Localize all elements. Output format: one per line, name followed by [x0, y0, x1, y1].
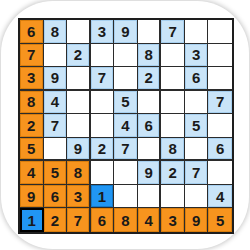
cell-r9c3[interactable]: 7 — [67, 208, 91, 232]
cell-r5c8[interactable]: 5 — [185, 114, 209, 138]
cell-r4c6[interactable] — [138, 91, 162, 115]
cell-r3c3[interactable] — [67, 67, 91, 91]
cell-r8c1[interactable]: 9 — [20, 185, 44, 209]
cell-r2c7[interactable] — [161, 44, 185, 68]
cell-r4c2[interactable]: 4 — [44, 91, 68, 115]
cell-r5c1[interactable]: 2 — [20, 114, 44, 138]
cell-r5c4[interactable] — [91, 114, 115, 138]
cell-r2c3[interactable]: 2 — [67, 44, 91, 68]
cell-r5c6[interactable]: 6 — [138, 114, 162, 138]
cell-r6c5[interactable]: 7 — [114, 138, 138, 162]
cell-r5c2[interactable]: 7 — [44, 114, 68, 138]
cell-r2c4[interactable] — [91, 44, 115, 68]
cell-r4c3[interactable] — [67, 91, 91, 115]
cell-r9c2[interactable]: 2 — [44, 208, 68, 232]
cell-r1c6[interactable] — [138, 20, 162, 44]
cell-r6c2[interactable] — [44, 138, 68, 162]
cell-r8c2[interactable]: 6 — [44, 185, 68, 209]
cell-r5c7[interactable] — [161, 114, 185, 138]
cell-r7c2[interactable]: 5 — [44, 161, 68, 185]
cell-r4c4[interactable] — [91, 91, 115, 115]
cell-r6c3[interactable]: 9 — [67, 138, 91, 162]
cell-r5c9[interactable] — [208, 114, 232, 138]
cell-r4c9[interactable]: 7 — [208, 91, 232, 115]
cell-r4c8[interactable] — [185, 91, 209, 115]
cell-r7c1[interactable]: 4 — [20, 161, 44, 185]
cell-r9c1[interactable]: 1 — [20, 208, 44, 232]
cell-r1c9[interactable] — [208, 20, 232, 44]
cell-r9c5[interactable]: 8 — [114, 208, 138, 232]
cell-r6c4[interactable]: 2 — [91, 138, 115, 162]
cell-r3c6[interactable]: 2 — [138, 67, 162, 91]
cell-r8c4[interactable]: 1 — [91, 185, 115, 209]
cell-r2c2[interactable] — [44, 44, 68, 68]
cell-r8c7[interactable] — [161, 185, 185, 209]
cell-r6c1[interactable]: 5 — [20, 138, 44, 162]
cell-r9c6[interactable]: 4 — [138, 208, 162, 232]
cell-r9c8[interactable]: 9 — [185, 208, 209, 232]
cell-r9c7[interactable]: 3 — [161, 208, 185, 232]
cell-r7c5[interactable] — [114, 161, 138, 185]
cell-r8c6[interactable] — [138, 185, 162, 209]
cell-r7c3[interactable]: 8 — [67, 161, 91, 185]
cell-r1c1[interactable]: 6 — [20, 20, 44, 44]
sudoku-board: 6839772833972684572746559278645892796314… — [18, 18, 234, 234]
cell-r3c9[interactable] — [208, 67, 232, 91]
cell-r2c8[interactable]: 3 — [185, 44, 209, 68]
cell-r8c8[interactable] — [185, 185, 209, 209]
cell-r1c3[interactable] — [67, 20, 91, 44]
cell-r8c9[interactable]: 4 — [208, 185, 232, 209]
cell-r2c6[interactable]: 8 — [138, 44, 162, 68]
cell-r2c1[interactable]: 7 — [20, 44, 44, 68]
cell-r1c5[interactable]: 9 — [114, 20, 138, 44]
cell-r4c5[interactable]: 5 — [114, 91, 138, 115]
cell-r9c9[interactable]: 5 — [208, 208, 232, 232]
cell-r5c5[interactable]: 4 — [114, 114, 138, 138]
cell-r3c7[interactable] — [161, 67, 185, 91]
cell-r3c1[interactable]: 3 — [20, 67, 44, 91]
cell-r3c8[interactable]: 6 — [185, 67, 209, 91]
cell-r7c4[interactable] — [91, 161, 115, 185]
cell-r8c5[interactable] — [114, 185, 138, 209]
app-icon-background: 6839772833972684572746559278645892796314… — [1, 1, 249, 249]
cell-r1c7[interactable]: 7 — [161, 20, 185, 44]
cell-r1c8[interactable] — [185, 20, 209, 44]
cell-r6c7[interactable]: 8 — [161, 138, 185, 162]
cell-r1c2[interactable]: 8 — [44, 20, 68, 44]
cell-r9c4[interactable]: 6 — [91, 208, 115, 232]
cell-r7c6[interactable]: 9 — [138, 161, 162, 185]
cell-r7c7[interactable]: 2 — [161, 161, 185, 185]
cell-r8c3[interactable]: 3 — [67, 185, 91, 209]
cell-r6c8[interactable] — [185, 138, 209, 162]
cell-r3c5[interactable] — [114, 67, 138, 91]
cell-r6c6[interactable] — [138, 138, 162, 162]
cell-r4c1[interactable]: 8 — [20, 91, 44, 115]
cell-r3c2[interactable]: 9 — [44, 67, 68, 91]
cell-r6c9[interactable]: 6 — [208, 138, 232, 162]
cell-r1c4[interactable]: 3 — [91, 20, 115, 44]
cell-r3c4[interactable]: 7 — [91, 67, 115, 91]
cell-r5c3[interactable] — [67, 114, 91, 138]
cell-r2c5[interactable] — [114, 44, 138, 68]
cell-r7c8[interactable]: 7 — [185, 161, 209, 185]
cell-r4c7[interactable] — [161, 91, 185, 115]
cell-r2c9[interactable] — [208, 44, 232, 68]
cell-r7c9[interactable] — [208, 161, 232, 185]
